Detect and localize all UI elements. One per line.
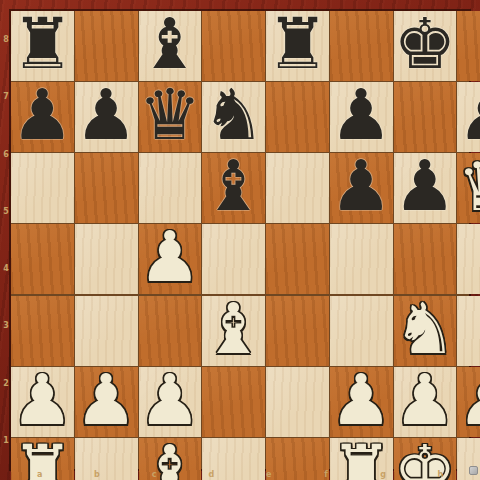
square-a5[interactable] <box>11 224 74 294</box>
square-b5[interactable] <box>75 224 138 294</box>
file-label-h: h <box>412 469 469 480</box>
square-e5[interactable] <box>266 224 329 294</box>
black-pawn-f7[interactable]: ♟ <box>330 80 393 150</box>
square-a7[interactable]: ♟ <box>11 82 74 152</box>
square-c2[interactable]: ♟ <box>139 367 202 437</box>
square-a8[interactable]: ♜ <box>11 11 74 81</box>
square-c6[interactable] <box>139 153 202 223</box>
square-e7[interactable] <box>266 82 329 152</box>
white-queen-h6[interactable]: ♛ <box>457 151 480 221</box>
square-d6[interactable]: ♝ <box>202 153 265 223</box>
square-g2[interactable]: ♟ <box>394 367 457 437</box>
square-g7[interactable] <box>394 82 457 152</box>
rank-label-3: 3 <box>0 297 12 354</box>
black-rook-e8[interactable]: ♜ <box>266 9 329 79</box>
white-pawn-c5[interactable]: ♟ <box>139 222 202 292</box>
square-g8[interactable]: ♚ <box>394 11 457 81</box>
square-a2[interactable]: ♟ <box>11 367 74 437</box>
file-labels: abcdefgh <box>11 469 469 480</box>
square-a6[interactable] <box>11 153 74 223</box>
black-knight-d7[interactable]: ♞ <box>202 80 265 150</box>
file-label-c: c <box>126 469 183 480</box>
square-c5[interactable]: ♟ <box>139 224 202 294</box>
square-b6[interactable] <box>75 153 138 223</box>
square-f3[interactable] <box>330 296 393 366</box>
rank-label-5: 5 <box>0 183 12 240</box>
square-c7[interactable]: ♛ <box>139 82 202 152</box>
chess-board-frame: ♜♝♜♚♟♟♛♞♟♟♝♟♟♛♟♝♞♟♟♟♟♟♟♜♝♜♚ 87654321 abc… <box>0 0 480 480</box>
square-e8[interactable]: ♜ <box>266 11 329 81</box>
square-b8[interactable] <box>75 11 138 81</box>
white-pawn-g2[interactable]: ♟ <box>394 365 457 435</box>
file-label-b: b <box>68 469 125 480</box>
rank-labels: 87654321 <box>0 11 11 469</box>
black-queen-c7[interactable]: ♛ <box>139 80 202 150</box>
file-label-e: e <box>240 469 297 480</box>
square-d8[interactable] <box>202 11 265 81</box>
black-bishop-d6[interactable]: ♝ <box>202 151 265 221</box>
square-c3[interactable] <box>139 296 202 366</box>
white-pawn-b2[interactable]: ♟ <box>75 365 138 435</box>
square-f2[interactable]: ♟ <box>330 367 393 437</box>
rank-label-1: 1 <box>0 412 12 469</box>
file-label-f: f <box>297 469 354 480</box>
black-pawn-g6[interactable]: ♟ <box>394 151 457 221</box>
square-b2[interactable]: ♟ <box>75 367 138 437</box>
white-pawn-a2[interactable]: ♟ <box>11 365 74 435</box>
black-pawn-h7[interactable]: ♟ <box>457 80 480 150</box>
rank-label-2: 2 <box>0 355 12 412</box>
rank-label-7: 7 <box>0 68 12 125</box>
square-g3[interactable]: ♞ <box>394 296 457 366</box>
square-d2[interactable] <box>202 367 265 437</box>
white-pawn-h2[interactable]: ♟ <box>457 365 480 435</box>
square-f5[interactable] <box>330 224 393 294</box>
file-label-d: d <box>183 469 240 480</box>
rank-label-8: 8 <box>0 11 12 68</box>
chess-board: ♜♝♜♚♟♟♛♞♟♟♝♟♟♛♟♝♞♟♟♟♟♟♟♜♝♜♚ <box>11 11 469 469</box>
square-h2[interactable]: ♟ <box>457 367 480 437</box>
square-h7[interactable]: ♟ <box>457 82 480 152</box>
square-d5[interactable] <box>202 224 265 294</box>
file-label-g: g <box>355 469 412 480</box>
rank-label-6: 6 <box>0 126 12 183</box>
square-h3[interactable] <box>457 296 480 366</box>
black-pawn-a7[interactable]: ♟ <box>11 80 74 150</box>
square-c8[interactable]: ♝ <box>139 11 202 81</box>
resize-grip-dot[interactable] <box>469 466 478 475</box>
rank-label-4: 4 <box>0 240 12 297</box>
black-king-g8[interactable]: ♚ <box>394 9 457 79</box>
square-g6[interactable]: ♟ <box>394 153 457 223</box>
square-f6[interactable]: ♟ <box>330 153 393 223</box>
black-pawn-b7[interactable]: ♟ <box>75 80 138 150</box>
square-f7[interactable]: ♟ <box>330 82 393 152</box>
square-b3[interactable] <box>75 296 138 366</box>
black-rook-a8[interactable]: ♜ <box>11 9 74 79</box>
square-e6[interactable] <box>266 153 329 223</box>
black-bishop-c8[interactable]: ♝ <box>139 9 202 79</box>
square-h8[interactable] <box>457 11 480 81</box>
white-pawn-c2[interactable]: ♟ <box>139 365 202 435</box>
square-f8[interactable] <box>330 11 393 81</box>
square-b7[interactable]: ♟ <box>75 82 138 152</box>
square-e2[interactable] <box>266 367 329 437</box>
square-d3[interactable]: ♝ <box>202 296 265 366</box>
square-g5[interactable] <box>394 224 457 294</box>
white-knight-g3[interactable]: ♞ <box>394 294 457 364</box>
square-a3[interactable] <box>11 296 74 366</box>
square-h5[interactable] <box>457 224 480 294</box>
square-d7[interactable]: ♞ <box>202 82 265 152</box>
white-bishop-d3[interactable]: ♝ <box>202 294 265 364</box>
black-pawn-f6[interactable]: ♟ <box>330 151 393 221</box>
square-h6[interactable]: ♛ <box>457 153 480 223</box>
file-label-a: a <box>11 469 68 480</box>
white-pawn-f2[interactable]: ♟ <box>330 365 393 435</box>
square-e3[interactable] <box>266 296 329 366</box>
